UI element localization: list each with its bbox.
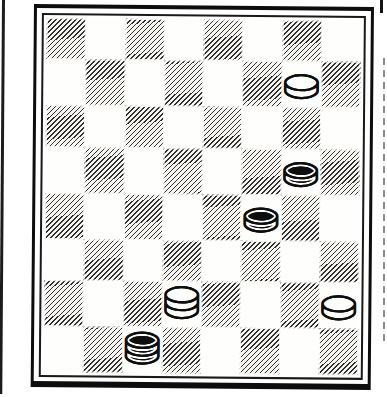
square-r1-c3[interactable] xyxy=(125,19,165,61)
square-r5-c8[interactable] xyxy=(320,195,360,241)
square-r5-c6[interactable]: ⛂ xyxy=(241,194,281,240)
page-rule-right-lower xyxy=(383,58,385,343)
square-r6-c2[interactable] xyxy=(84,239,124,281)
square-r4-c4[interactable] xyxy=(163,148,203,194)
square-r2-c4[interactable] xyxy=(164,60,204,106)
square-r7-c8[interactable]: ⛀ xyxy=(319,282,359,328)
square-r7-c4[interactable]: ⛁ xyxy=(162,281,202,327)
square-r7-c2[interactable] xyxy=(83,280,123,326)
square-r8-c8[interactable] xyxy=(319,328,359,374)
square-r6-c5[interactable] xyxy=(202,240,242,282)
square-r3-c5[interactable] xyxy=(203,107,243,149)
square-r5-c3[interactable] xyxy=(123,193,163,239)
square-r4-c1[interactable] xyxy=(45,147,85,193)
page-rule-right-upper xyxy=(380,0,383,13)
square-r7-c1[interactable] xyxy=(44,280,84,326)
page-rule-left xyxy=(0,0,4,394)
square-r2-c7[interactable]: ⛀ xyxy=(282,61,322,107)
square-r7-c6[interactable] xyxy=(240,282,280,328)
square-r3-c4[interactable] xyxy=(164,106,204,148)
white-man-piece[interactable]: ⛀ xyxy=(282,60,321,106)
book-page: { "game": "checkers (English draughts), … xyxy=(0,0,387,397)
square-r1-c2[interactable] xyxy=(86,18,126,60)
square-r6-c3[interactable] xyxy=(123,239,163,281)
square-r3-c6[interactable] xyxy=(242,107,282,149)
square-r5-c7[interactable] xyxy=(280,195,320,241)
square-r4-c7[interactable]: ⛂ xyxy=(281,149,321,195)
square-r7-c3[interactable] xyxy=(123,281,163,327)
square-r2-c2[interactable] xyxy=(85,60,125,106)
square-r4-c2[interactable] xyxy=(85,147,125,193)
square-r4-c3[interactable] xyxy=(124,147,164,193)
square-r4-c6[interactable] xyxy=(242,148,282,194)
black-man-piece[interactable]: ⛂ xyxy=(242,193,281,239)
square-r6-c7[interactable] xyxy=(280,241,320,283)
square-r7-c5[interactable] xyxy=(201,281,241,327)
square-r2-c1[interactable] xyxy=(46,59,86,105)
square-r5-c4[interactable] xyxy=(163,194,203,240)
checkers-board: ⛀⛂⛂⛁⛀⛃ xyxy=(44,18,361,375)
square-r2-c3[interactable] xyxy=(125,60,165,106)
square-r1-c6[interactable] xyxy=(243,20,283,62)
square-r6-c1[interactable] xyxy=(45,239,85,281)
white-king-piece[interactable]: ⛁ xyxy=(162,280,201,326)
square-r8-c5[interactable] xyxy=(201,327,241,373)
black-man-piece[interactable]: ⛂ xyxy=(281,148,320,194)
square-r3-c8[interactable] xyxy=(320,108,360,150)
square-r8-c7[interactable] xyxy=(279,328,319,374)
board-frame-inner: ⛀⛂⛂⛁⛀⛃ xyxy=(39,13,366,380)
square-r8-c4[interactable] xyxy=(162,327,202,373)
square-r3-c3[interactable] xyxy=(124,106,164,148)
square-r1-c8[interactable] xyxy=(321,21,361,63)
square-r6-c6[interactable] xyxy=(241,240,281,282)
square-r5-c1[interactable] xyxy=(45,193,85,239)
square-r2-c5[interactable] xyxy=(203,61,243,107)
board-frame-outer: ⛀⛂⛂⛁⛀⛃ xyxy=(31,4,374,390)
square-r1-c4[interactable] xyxy=(164,19,204,61)
square-r2-c8[interactable] xyxy=(321,62,361,108)
square-r8-c2[interactable] xyxy=(83,326,123,372)
square-r8-c1[interactable] xyxy=(44,326,84,372)
square-r3-c2[interactable] xyxy=(85,106,125,148)
square-r8-c6[interactable] xyxy=(240,328,280,374)
black-king-piece[interactable]: ⛃ xyxy=(123,326,162,372)
square-r1-c5[interactable] xyxy=(204,19,244,61)
square-r8-c3[interactable]: ⛃ xyxy=(122,327,162,373)
square-r1-c1[interactable] xyxy=(47,18,87,60)
square-r2-c6[interactable] xyxy=(242,61,282,107)
square-r5-c5[interactable] xyxy=(202,194,242,240)
square-r3-c1[interactable] xyxy=(46,105,86,147)
square-r4-c5[interactable] xyxy=(202,148,242,194)
square-r4-c8[interactable] xyxy=(320,149,360,195)
square-r7-c7[interactable] xyxy=(280,282,320,328)
white-man-piece[interactable]: ⛀ xyxy=(319,281,358,327)
square-r5-c2[interactable] xyxy=(84,193,124,239)
